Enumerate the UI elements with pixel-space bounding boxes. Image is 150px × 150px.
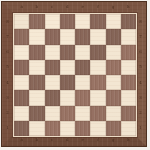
square-a4[interactable] <box>14 75 29 90</box>
square-h5[interactable] <box>121 60 136 75</box>
square-d1[interactable] <box>60 121 75 136</box>
square-b4[interactable] <box>29 75 44 90</box>
square-c6[interactable] <box>45 45 60 60</box>
square-e4[interactable] <box>75 75 90 90</box>
square-g1[interactable] <box>106 121 121 136</box>
square-h2[interactable] <box>121 106 136 121</box>
square-a3[interactable] <box>14 90 29 105</box>
square-c2[interactable] <box>45 106 60 121</box>
square-b2[interactable] <box>29 106 44 121</box>
board-grid <box>14 14 136 136</box>
square-e7[interactable] <box>75 29 90 44</box>
square-h6[interactable] <box>121 45 136 60</box>
square-d3[interactable] <box>60 90 75 105</box>
square-d7[interactable] <box>60 29 75 44</box>
square-c7[interactable] <box>45 29 60 44</box>
square-e5[interactable] <box>75 60 90 75</box>
square-h3[interactable] <box>121 90 136 105</box>
square-g7[interactable] <box>106 29 121 44</box>
square-e1[interactable] <box>75 121 90 136</box>
chess-board: aabbccddeeffgghh8877665544332211 <box>1 1 147 147</box>
square-f2[interactable] <box>90 106 105 121</box>
square-f3[interactable] <box>90 90 105 105</box>
square-a7[interactable] <box>14 29 29 44</box>
square-f7[interactable] <box>90 29 105 44</box>
square-f5[interactable] <box>90 60 105 75</box>
square-b8[interactable] <box>29 14 44 29</box>
square-h4[interactable] <box>121 75 136 90</box>
square-c4[interactable] <box>45 75 60 90</box>
square-b5[interactable] <box>29 60 44 75</box>
square-d5[interactable] <box>60 60 75 75</box>
square-c1[interactable] <box>45 121 60 136</box>
square-f6[interactable] <box>90 45 105 60</box>
square-d4[interactable] <box>60 75 75 90</box>
square-e3[interactable] <box>75 90 90 105</box>
square-f1[interactable] <box>90 121 105 136</box>
square-d8[interactable] <box>60 14 75 29</box>
square-e2[interactable] <box>75 106 90 121</box>
square-a1[interactable] <box>14 121 29 136</box>
square-e8[interactable] <box>75 14 90 29</box>
square-d6[interactable] <box>60 45 75 60</box>
square-f4[interactable] <box>90 75 105 90</box>
square-g3[interactable] <box>106 90 121 105</box>
square-c5[interactable] <box>45 60 60 75</box>
square-a6[interactable] <box>14 45 29 60</box>
square-g4[interactable] <box>106 75 121 90</box>
square-b3[interactable] <box>29 90 44 105</box>
square-g8[interactable] <box>106 14 121 29</box>
square-a5[interactable] <box>14 60 29 75</box>
square-e6[interactable] <box>75 45 90 60</box>
square-g5[interactable] <box>106 60 121 75</box>
square-c8[interactable] <box>45 14 60 29</box>
square-h1[interactable] <box>121 121 136 136</box>
square-a8[interactable] <box>14 14 29 29</box>
square-h8[interactable] <box>121 14 136 29</box>
page-background: { "game": "chess", "description": "Empty… <box>0 0 150 150</box>
square-g2[interactable] <box>106 106 121 121</box>
square-d2[interactable] <box>60 106 75 121</box>
square-a2[interactable] <box>14 106 29 121</box>
square-c3[interactable] <box>45 90 60 105</box>
square-b6[interactable] <box>29 45 44 60</box>
square-g6[interactable] <box>106 45 121 60</box>
square-b1[interactable] <box>29 121 44 136</box>
square-h7[interactable] <box>121 29 136 44</box>
board-inlay-border <box>13 13 137 137</box>
square-b7[interactable] <box>29 29 44 44</box>
square-f8[interactable] <box>90 14 105 29</box>
